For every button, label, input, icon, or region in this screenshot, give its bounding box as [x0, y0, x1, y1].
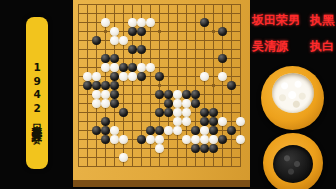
black-stone — [110, 90, 119, 99]
board-cell — [110, 144, 119, 153]
board-cell — [155, 144, 164, 153]
board-cell — [173, 90, 182, 99]
board-cell — [110, 162, 119, 171]
board-cell — [110, 153, 119, 162]
white-stone — [155, 135, 164, 144]
board-cell — [182, 54, 191, 63]
board-cell — [182, 99, 191, 108]
board-cell — [191, 63, 200, 72]
black-stone — [128, 27, 137, 36]
board-cell — [119, 18, 128, 27]
board-cell — [110, 27, 119, 36]
board-cell — [173, 45, 182, 54]
board-cell — [74, 0, 83, 9]
black-stone — [218, 27, 227, 36]
board-cell — [209, 45, 218, 54]
white-player-role: 执白 — [310, 40, 334, 52]
board-cell — [182, 36, 191, 45]
board-cell — [119, 63, 128, 72]
board-cell — [200, 72, 209, 81]
board-cell — [92, 54, 101, 63]
board-cell — [200, 27, 209, 36]
board-cell — [92, 90, 101, 99]
board-cell — [218, 36, 227, 45]
board-cell — [155, 135, 164, 144]
board-cell — [92, 18, 101, 27]
board-cell — [209, 9, 218, 18]
board-cell — [137, 153, 146, 162]
board-cell — [164, 135, 173, 144]
board-cell — [101, 9, 110, 18]
board-cell — [128, 72, 137, 81]
board-cell — [110, 9, 119, 18]
board-cell — [101, 162, 110, 171]
board-cell — [218, 72, 227, 81]
board-cell — [173, 117, 182, 126]
black-stone — [209, 126, 218, 135]
board-cell — [137, 0, 146, 9]
board-cell — [101, 81, 110, 90]
board-cell — [164, 117, 173, 126]
board-cell — [182, 45, 191, 54]
board-cell — [92, 45, 101, 54]
board-cell — [209, 108, 218, 117]
board-cell — [101, 63, 110, 72]
board-cell — [110, 90, 119, 99]
board-cell — [173, 36, 182, 45]
board-cell — [101, 90, 110, 99]
board-cell — [101, 144, 110, 153]
board-cell — [74, 36, 83, 45]
board-cell — [164, 27, 173, 36]
board-cell — [236, 135, 245, 144]
board-cell — [227, 162, 236, 171]
black-player-role: 执黑 — [310, 14, 334, 26]
board-cell — [200, 126, 209, 135]
black-stone — [164, 108, 173, 117]
board-cell — [182, 144, 191, 153]
black-stone — [191, 90, 200, 99]
board-cell — [146, 9, 155, 18]
board-cell — [218, 126, 227, 135]
board-cell — [83, 72, 92, 81]
white-stone — [101, 63, 110, 72]
black-stone — [110, 99, 119, 108]
board-cell — [119, 90, 128, 99]
board-cell — [173, 126, 182, 135]
board-cell — [191, 9, 200, 18]
board-cell — [119, 126, 128, 135]
board-cell — [92, 72, 101, 81]
board-cell — [182, 72, 191, 81]
board-cell — [128, 117, 137, 126]
board-cell — [218, 18, 227, 27]
board-cell — [119, 45, 128, 54]
board-cell — [83, 144, 92, 153]
board-cell — [164, 99, 173, 108]
board-cell — [182, 153, 191, 162]
board-cell — [101, 72, 110, 81]
board-cell — [83, 108, 92, 117]
board-cell — [182, 90, 191, 99]
white-stone — [146, 135, 155, 144]
board-cell — [146, 63, 155, 72]
board-cell — [236, 162, 245, 171]
board-cell — [83, 126, 92, 135]
board-cell — [164, 162, 173, 171]
board-cell — [146, 81, 155, 90]
board-cell — [182, 0, 191, 9]
white-stone — [92, 99, 101, 108]
white-stone — [101, 99, 110, 108]
board-cell — [92, 108, 101, 117]
white-stone — [209, 135, 218, 144]
board-cell — [182, 135, 191, 144]
board-cell — [137, 63, 146, 72]
board-cell — [227, 108, 236, 117]
board-cell — [146, 126, 155, 135]
black-stone — [92, 126, 101, 135]
board-cell — [227, 81, 236, 90]
board-cell — [137, 54, 146, 63]
board-cell — [74, 99, 83, 108]
white-stone — [173, 108, 182, 117]
board-cell — [155, 126, 164, 135]
board-cell — [218, 81, 227, 90]
board-cell — [74, 54, 83, 63]
black-stone — [137, 45, 146, 54]
board-cell — [191, 117, 200, 126]
board-cell — [227, 90, 236, 99]
board-cell — [119, 108, 128, 117]
board-cell — [74, 126, 83, 135]
board-cell — [227, 0, 236, 9]
board-cell — [209, 135, 218, 144]
board-cell — [173, 99, 182, 108]
board-cell — [209, 117, 218, 126]
board-cell — [236, 81, 245, 90]
board-cell — [182, 162, 191, 171]
board-cell — [74, 108, 83, 117]
board-cell — [110, 36, 119, 45]
board-cell — [137, 36, 146, 45]
white-stone — [218, 117, 227, 126]
black-stone — [92, 81, 101, 90]
black-stone — [218, 135, 227, 144]
white-stone — [119, 135, 128, 144]
board-cell — [218, 162, 227, 171]
board-cell — [191, 153, 200, 162]
board-cell — [155, 36, 164, 45]
board-cell — [191, 99, 200, 108]
go-board — [73, 0, 250, 187]
board-cell — [218, 99, 227, 108]
white-stone — [119, 72, 128, 81]
board-cell — [209, 162, 218, 171]
board-cell — [173, 27, 182, 36]
board-cell — [92, 126, 101, 135]
board-cell — [191, 90, 200, 99]
board-cell — [182, 81, 191, 90]
board-cell — [83, 153, 92, 162]
board-cell — [137, 126, 146, 135]
board-cell — [101, 0, 110, 9]
board-cell — [236, 153, 245, 162]
board-cell — [110, 108, 119, 117]
board-cell — [92, 162, 101, 171]
event-banner-text: 1942日本秋季升段赛 — [32, 61, 43, 126]
board-cell — [119, 162, 128, 171]
board-cell — [236, 72, 245, 81]
board-cell — [155, 153, 164, 162]
board-cell — [191, 27, 200, 36]
black-stone — [101, 135, 110, 144]
white-stone — [110, 135, 119, 144]
board-cell — [146, 117, 155, 126]
board-cell — [146, 36, 155, 45]
board-cell — [74, 45, 83, 54]
board-cell — [236, 9, 245, 18]
white-stone — [92, 72, 101, 81]
board-cell — [137, 45, 146, 54]
board-cell — [146, 153, 155, 162]
white-stone — [146, 63, 155, 72]
white-stone — [92, 90, 101, 99]
board-cell — [92, 153, 101, 162]
board-cell — [227, 99, 236, 108]
white-stone — [110, 27, 119, 36]
board-cell — [155, 117, 164, 126]
board-cell — [236, 108, 245, 117]
white-stone — [182, 117, 191, 126]
white-stone — [173, 99, 182, 108]
black-stone — [137, 135, 146, 144]
board-cell — [218, 108, 227, 117]
board-cell — [92, 0, 101, 9]
board-cell — [191, 54, 200, 63]
board-cell — [155, 45, 164, 54]
board-cell — [119, 27, 128, 36]
black-player-name: 坂田荣男 — [252, 14, 300, 26]
board-cell — [209, 126, 218, 135]
board-cell — [218, 153, 227, 162]
black-stone — [92, 36, 101, 45]
black-stone — [155, 72, 164, 81]
board-cell — [128, 54, 137, 63]
board-cell — [101, 153, 110, 162]
board-cell — [101, 117, 110, 126]
black-stone — [200, 117, 209, 126]
board-cell — [119, 72, 128, 81]
board-cell — [218, 90, 227, 99]
white-stone — [191, 135, 200, 144]
board-cell — [119, 135, 128, 144]
board-cell — [164, 144, 173, 153]
board-cell — [110, 81, 119, 90]
board-cell — [218, 0, 227, 9]
board-cell — [83, 90, 92, 99]
board-cell — [92, 27, 101, 36]
board-cell — [236, 0, 245, 9]
white-stone — [200, 72, 209, 81]
board-cell — [164, 63, 173, 72]
white-stone — [218, 72, 227, 81]
board-cell — [209, 63, 218, 72]
board-cell — [155, 0, 164, 9]
board-cell — [200, 36, 209, 45]
board-cell — [119, 153, 128, 162]
board-cell — [137, 9, 146, 18]
board-cell — [92, 36, 101, 45]
board-cell — [236, 117, 245, 126]
board-cell — [74, 72, 83, 81]
video-frame: 1942日本秋季升段赛 坂田荣男 执黑 吴清源 执白 — [0, 0, 336, 189]
white-stone — [110, 126, 119, 135]
board-cell — [173, 54, 182, 63]
white-stone — [173, 90, 182, 99]
board-cell — [146, 144, 155, 153]
black-stone — [209, 108, 218, 117]
board-cell — [137, 162, 146, 171]
black-stone — [191, 99, 200, 108]
board-cell — [110, 135, 119, 144]
board-cell — [101, 135, 110, 144]
white-stone — [128, 72, 137, 81]
board-cell — [173, 144, 182, 153]
board-cell — [209, 81, 218, 90]
board-cell — [101, 99, 110, 108]
board-cell — [119, 0, 128, 9]
board-cell — [128, 99, 137, 108]
board-cell — [128, 45, 137, 54]
white-stone — [182, 99, 191, 108]
board-cell — [200, 135, 209, 144]
black-stone — [155, 108, 164, 117]
board-cell — [209, 99, 218, 108]
board-cell — [236, 45, 245, 54]
board-cell — [155, 63, 164, 72]
board-cell — [155, 162, 164, 171]
board-cell — [164, 90, 173, 99]
board-cell — [155, 99, 164, 108]
board-cell — [200, 81, 209, 90]
board-cell — [146, 54, 155, 63]
board-cell — [164, 153, 173, 162]
white-player-name: 吴清源 — [252, 40, 288, 52]
black-stone — [155, 126, 164, 135]
board-cell — [128, 0, 137, 9]
board-cell — [236, 99, 245, 108]
white-stone — [200, 135, 209, 144]
black-stone — [146, 126, 155, 135]
board-cell — [146, 0, 155, 9]
board-cell — [200, 18, 209, 27]
board-cell — [74, 144, 83, 153]
board-cell — [182, 126, 191, 135]
board-cell — [137, 72, 146, 81]
board-cell — [182, 108, 191, 117]
board-cell — [155, 72, 164, 81]
black-stone — [128, 45, 137, 54]
board-cell — [236, 36, 245, 45]
board-cell — [119, 99, 128, 108]
board-cell — [110, 45, 119, 54]
white-stone — [164, 126, 173, 135]
board-cell — [218, 144, 227, 153]
white-stone — [110, 36, 119, 45]
black-stone — [164, 90, 173, 99]
white-stone — [101, 90, 110, 99]
board-cell — [218, 45, 227, 54]
board-cell — [173, 18, 182, 27]
board-cell — [74, 63, 83, 72]
board-cell — [155, 54, 164, 63]
black-stone — [101, 117, 110, 126]
board-cell — [137, 99, 146, 108]
board-cell — [110, 126, 119, 135]
board-cell — [128, 162, 137, 171]
board-cell — [74, 27, 83, 36]
board-cell — [101, 27, 110, 36]
black-stone — [110, 72, 119, 81]
board-cell — [191, 36, 200, 45]
black-player-line: 坂田荣男 执黑 — [252, 14, 334, 26]
board-cell — [128, 36, 137, 45]
black-stone — [155, 90, 164, 99]
white-stone — [236, 135, 245, 144]
white-stone — [137, 18, 146, 27]
board-cell — [236, 18, 245, 27]
black-stone — [218, 54, 227, 63]
black-stone — [209, 117, 218, 126]
board-cell — [74, 9, 83, 18]
board-cell — [74, 90, 83, 99]
board-cell — [191, 135, 200, 144]
board-cell — [227, 45, 236, 54]
white-stone — [137, 63, 146, 72]
board-cell — [137, 90, 146, 99]
board-cell — [155, 81, 164, 90]
board-cell — [137, 144, 146, 153]
board-cell — [101, 45, 110, 54]
board-cell — [128, 9, 137, 18]
board-cell — [155, 18, 164, 27]
board-cell — [164, 45, 173, 54]
board-cell — [164, 9, 173, 18]
white-stone — [155, 144, 164, 153]
white-stone — [110, 63, 119, 72]
board-cell — [164, 126, 173, 135]
board-cell — [128, 90, 137, 99]
board-cell — [128, 153, 137, 162]
board-cell — [173, 81, 182, 90]
board-cell — [83, 45, 92, 54]
white-stone — [173, 126, 182, 135]
black-stone — [101, 81, 110, 90]
board-cell — [92, 63, 101, 72]
board-cell — [110, 117, 119, 126]
board-cell — [209, 72, 218, 81]
board-cell — [146, 27, 155, 36]
board-cell — [191, 72, 200, 81]
board-cell — [191, 18, 200, 27]
board-cell — [236, 126, 245, 135]
board-cell — [155, 9, 164, 18]
board-cell — [164, 54, 173, 63]
board-cell — [227, 36, 236, 45]
board-cell — [173, 63, 182, 72]
black-stone — [191, 126, 200, 135]
